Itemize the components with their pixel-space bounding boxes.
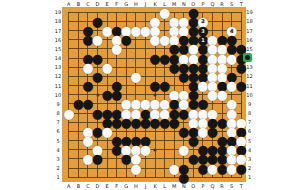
column-label-bottom: L xyxy=(163,183,166,189)
row-label-right: 1 xyxy=(248,174,251,180)
column-label-bottom: T xyxy=(240,183,243,189)
row-label-right: 4 xyxy=(248,147,251,153)
column-label-top: A xyxy=(67,1,70,7)
row-label-left: 7 xyxy=(56,119,59,125)
row-label-left: 2 xyxy=(56,165,59,171)
row-label-right: 16 xyxy=(246,37,252,43)
row-label-right: 2 xyxy=(248,165,251,171)
column-label-bottom: E xyxy=(106,183,109,189)
row-label-left: 12 xyxy=(55,73,61,79)
turn-indicator-icon xyxy=(243,53,252,62)
column-label-top: L xyxy=(163,1,166,7)
row-label-left: 3 xyxy=(56,156,59,162)
star-point xyxy=(154,93,157,96)
column-label-bottom: B xyxy=(77,183,80,189)
column-label-top: J xyxy=(145,1,146,7)
row-label-right: 13 xyxy=(246,64,252,70)
stone-D3: ● xyxy=(93,154,103,164)
column-label-bottom: O xyxy=(191,183,195,189)
row-label-left: 4 xyxy=(56,147,59,153)
row-label-right: 19 xyxy=(246,9,252,15)
row-label-left: 1 xyxy=(56,174,59,180)
stone-A8: ● xyxy=(64,108,74,118)
row-label-left: 6 xyxy=(56,128,59,134)
column-label-top: S xyxy=(230,1,233,7)
stone-N1: ● xyxy=(179,172,189,182)
row-label-right: 3 xyxy=(248,156,251,162)
row-label-right: 6 xyxy=(248,128,251,134)
column-label-top: B xyxy=(77,1,80,7)
row-label-left: 5 xyxy=(56,138,59,144)
column-label-top: P xyxy=(201,1,204,7)
row-label-left: 18 xyxy=(55,18,61,24)
row-label-left: 11 xyxy=(55,83,61,89)
row-label-right: 8 xyxy=(248,110,251,116)
row-label-left: 9 xyxy=(56,101,59,107)
column-label-top: F xyxy=(115,1,118,7)
go-board[interactable]: ●●●●●●●●2●●●●●●●●●●●3●4●●●●●●●●●●1●●●●●●… xyxy=(62,7,246,182)
row-label-left: 17 xyxy=(55,28,61,34)
stone-J4: ● xyxy=(140,145,150,155)
row-label-left: 10 xyxy=(55,92,61,98)
column-label-top: M xyxy=(172,1,176,7)
stone-C11: ● xyxy=(83,81,93,91)
column-label-bottom: A xyxy=(67,183,70,189)
column-label-bottom: G xyxy=(124,183,128,189)
stone-H12: ● xyxy=(131,71,141,81)
column-label-top: E xyxy=(106,1,109,7)
row-label-right: 15 xyxy=(246,46,252,52)
row-label-right: 17 xyxy=(246,28,252,34)
row-label-right: 10 xyxy=(246,92,252,98)
row-label-left: 16 xyxy=(55,37,61,43)
column-label-top: N xyxy=(182,1,186,7)
row-label-left: 19 xyxy=(55,9,61,15)
row-label-left: 15 xyxy=(55,46,61,52)
row-label-right: 11 xyxy=(246,83,252,89)
row-label-right: 9 xyxy=(248,101,251,107)
column-label-top: G xyxy=(124,1,128,7)
row-label-left: 14 xyxy=(55,55,61,61)
stone-H2: ● xyxy=(131,163,141,173)
column-label-top: T xyxy=(240,1,243,7)
column-label-bottom: S xyxy=(230,183,233,189)
column-label-bottom: M xyxy=(172,183,176,189)
column-label-bottom: D xyxy=(96,183,100,189)
row-label-left: 13 xyxy=(55,64,61,70)
column-label-bottom: N xyxy=(182,183,186,189)
column-label-top: Q xyxy=(211,1,215,7)
stone-G16: ● xyxy=(121,35,131,45)
go-game-screenshot: ●●●●●●●●2●●●●●●●●●●●3●4●●●●●●●●●●1●●●●●●… xyxy=(0,0,304,190)
stone-E13: ● xyxy=(102,62,112,72)
column-label-bottom: Q xyxy=(211,183,215,189)
stone-T2: ● xyxy=(236,163,246,173)
column-label-bottom: J xyxy=(145,183,146,189)
column-label-top: C xyxy=(86,1,90,7)
turn-indicator-stone xyxy=(245,55,250,60)
row-label-right: 12 xyxy=(246,73,252,79)
stone-D12: ● xyxy=(93,71,103,81)
column-label-bottom: K xyxy=(153,183,156,189)
stone-F15: ● xyxy=(112,44,122,54)
star-point xyxy=(154,148,157,151)
column-label-bottom: C xyxy=(86,183,90,189)
grid-line-horizontal xyxy=(68,177,241,178)
column-label-bottom: P xyxy=(201,183,204,189)
column-label-top: O xyxy=(191,1,195,7)
row-label-right: 5 xyxy=(248,138,251,144)
column-label-bottom: H xyxy=(134,183,138,189)
stone-T11: ● xyxy=(236,81,246,91)
column-label-bottom: R xyxy=(220,183,223,189)
star-point xyxy=(96,93,99,96)
column-label-bottom: F xyxy=(115,183,118,189)
column-label-top: D xyxy=(96,1,100,7)
column-label-top: K xyxy=(153,1,156,7)
stone-D16: ● xyxy=(93,35,103,45)
stone-T13: ● xyxy=(236,62,246,72)
column-label-top: R xyxy=(220,1,223,7)
row-label-right: 7 xyxy=(248,119,251,125)
row-label-right: 18 xyxy=(246,18,252,24)
column-label-top: H xyxy=(134,1,138,7)
row-label-left: 8 xyxy=(56,110,59,116)
